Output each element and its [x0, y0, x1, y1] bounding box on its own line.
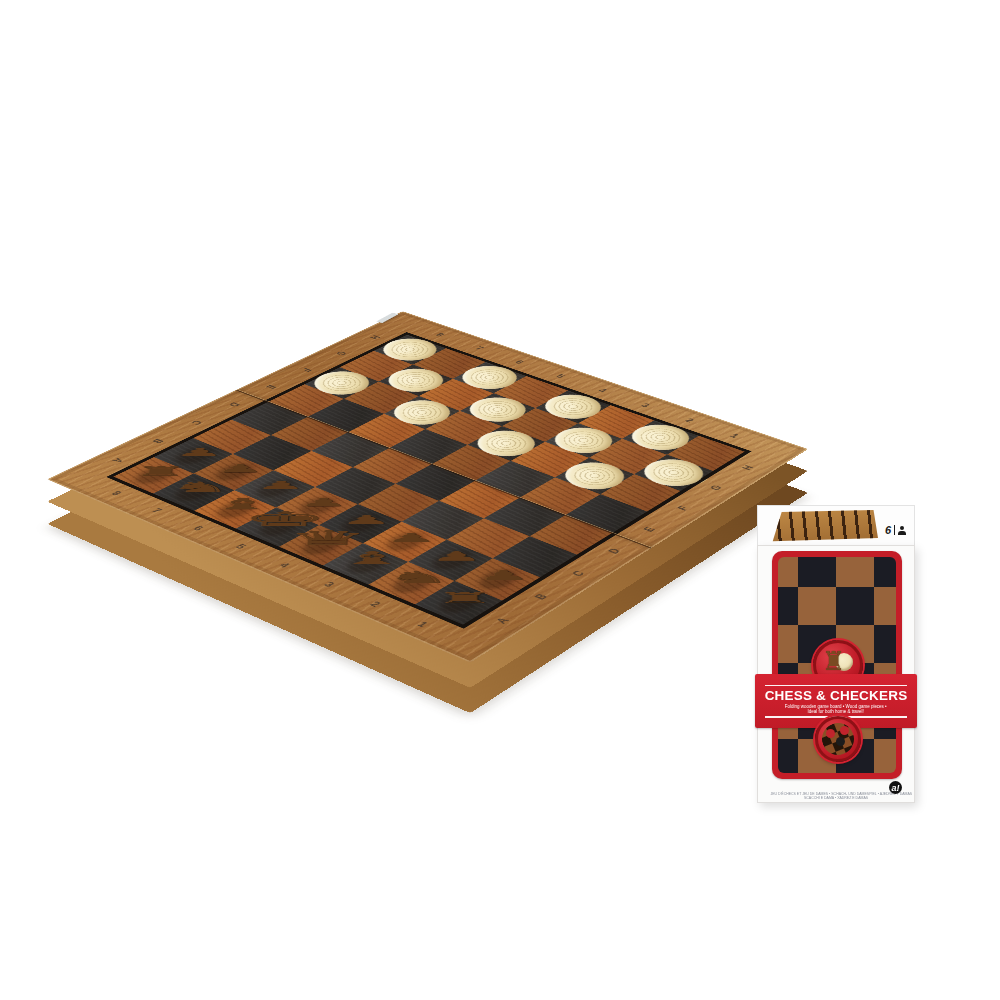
checker-piece-f4: [466, 426, 546, 462]
board-top-face: ABCDEFGH ABCDEFGH 87654321 87654321 ♟♟♜♟…: [47, 311, 808, 662]
checker-piece-g7: [378, 364, 455, 397]
checker-piece-f2: [554, 457, 636, 495]
red-checker-icon: [826, 729, 835, 738]
red-checker-icon: [840, 726, 849, 735]
rook-icon: ♜: [822, 648, 845, 674]
age-label: 6: [885, 524, 891, 536]
pawn-glyph: ♟: [139, 447, 260, 458]
box-subtitle: Folding wooden game board • Wood game pi…: [759, 704, 913, 714]
checker-piece-g5: [459, 393, 537, 427]
multilingual-fine-print: JEU D'ÉCHECS ET JEU DE DAMES • SCHACH- U…: [770, 792, 901, 801]
queen-glyph: ♛: [264, 528, 392, 548]
box-subtitle-line2: Ideal for both home & travel!: [759, 709, 913, 714]
product-box: 6 ♜ CHESS & CHECKERS Folding wooden game…: [757, 505, 915, 805]
rook-glyph: ♜: [399, 590, 532, 605]
knight-glyph: ♞: [138, 480, 263, 495]
box-title: CHESS & CHECKERS: [765, 688, 908, 703]
metal-clasp: [377, 313, 399, 323]
rook-glyph: ♜: [99, 465, 222, 478]
players-icon: [898, 526, 906, 535]
box-top-face: 6: [757, 505, 915, 547]
age-divider: [894, 525, 895, 535]
checker-piece-g3: [544, 423, 624, 459]
product-photo-canvas: ABCDEFGH ABCDEFGH 87654321 87654321 ♟♟♜♟…: [0, 0, 1000, 1000]
age-rating: 6: [885, 524, 906, 536]
box-top-wood-photo: [766, 510, 878, 544]
fine-print-line2: SCACCHI E DAMA • XADREZ E DAMAS: [770, 796, 901, 800]
checker-piece-f6: [383, 395, 462, 429]
brand-logo: a!: [889, 781, 902, 794]
checkers-game-badge: [815, 716, 861, 762]
band-rule-top: [765, 685, 908, 687]
knight-glyph: ♞: [353, 569, 484, 586]
box-front-face: ♜ CHESS & CHECKERS Folding wooden game b…: [757, 545, 915, 803]
black-checker-icon: [836, 737, 845, 746]
bishop-glyph: ♝: [308, 549, 437, 566]
